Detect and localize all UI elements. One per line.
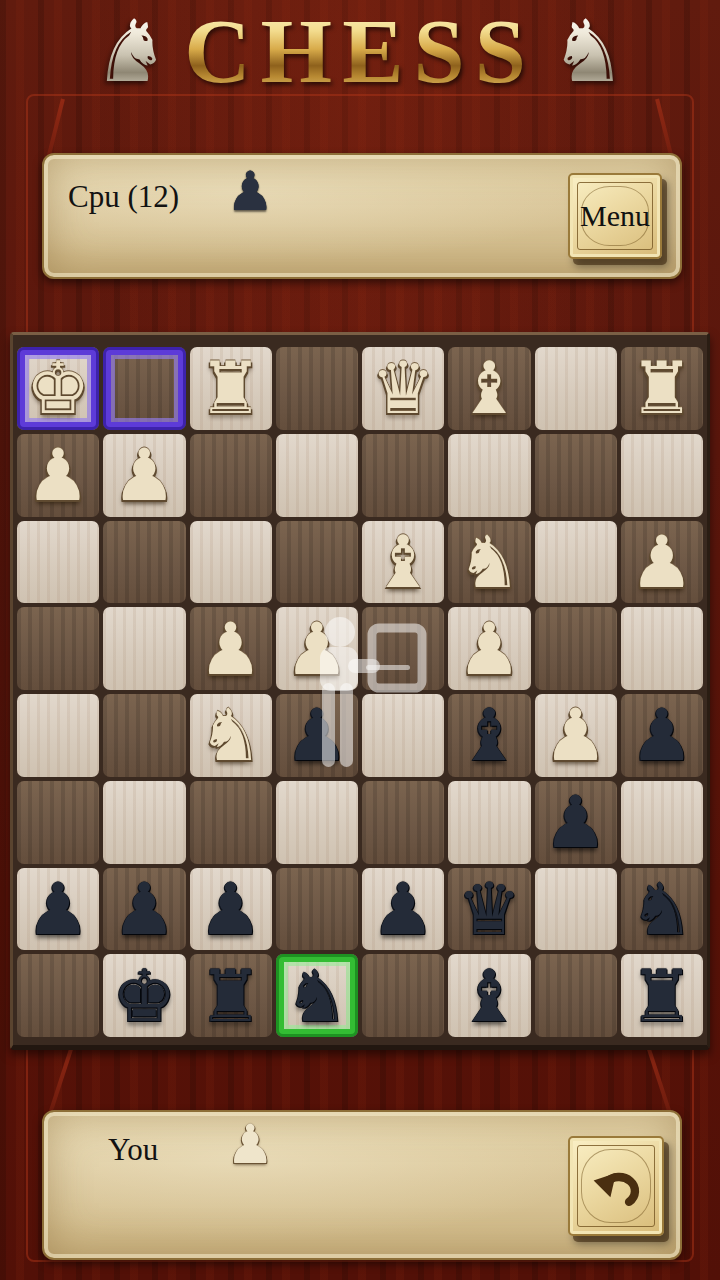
piece-white-pawn: ♟ — [630, 526, 695, 598]
square-g2[interactable]: ♟ — [103, 434, 185, 517]
undo-button[interactable] — [568, 1136, 664, 1236]
square-d5[interactable] — [362, 694, 444, 777]
square-h1[interactable]: ♚ — [17, 347, 99, 430]
square-c1[interactable]: ♝ — [448, 347, 530, 430]
square-a3[interactable]: ♟ — [621, 521, 703, 604]
square-b6[interactable]: ♟ — [535, 781, 617, 864]
piece-white-rook: ♜ — [198, 352, 263, 424]
square-a4[interactable] — [621, 607, 703, 690]
square-g5[interactable] — [103, 694, 185, 777]
white-pawn-icon: ♟ — [226, 1118, 274, 1172]
square-h8[interactable] — [17, 954, 99, 1037]
piece-black-king: ♚ — [112, 960, 177, 1032]
square-e7[interactable] — [276, 868, 358, 951]
piece-black-rook: ♜ — [198, 960, 263, 1032]
piece-white-pawn: ♟ — [457, 613, 522, 685]
square-d1[interactable]: ♛ — [362, 347, 444, 430]
square-d4[interactable] — [362, 607, 444, 690]
square-f8[interactable]: ♜ — [190, 954, 272, 1037]
square-g8[interactable]: ♚ — [103, 954, 185, 1037]
you-player-label: You — [108, 1132, 158, 1168]
square-d3[interactable]: ♝ — [362, 521, 444, 604]
piece-white-pawn: ♟ — [112, 439, 177, 511]
square-b4[interactable] — [535, 607, 617, 690]
square-c7[interactable]: ♛ — [448, 868, 530, 951]
square-e8[interactable]: ♞ — [276, 954, 358, 1037]
square-e5[interactable]: ♟ — [276, 694, 358, 777]
square-g7[interactable]: ♟ — [103, 868, 185, 951]
square-h5[interactable] — [17, 694, 99, 777]
app-title: CHESS — [184, 5, 536, 97]
square-h3[interactable] — [17, 521, 99, 604]
cpu-banner: Cpu (12) ♟ Menu — [42, 153, 682, 279]
knight-logo-left-icon: ♞ — [93, 8, 170, 94]
square-a6[interactable] — [621, 781, 703, 864]
menu-button-label: Menu — [580, 199, 650, 233]
square-f3[interactable] — [190, 521, 272, 604]
square-h4[interactable] — [17, 607, 99, 690]
square-b7[interactable] — [535, 868, 617, 951]
piece-white-bishop: ♝ — [457, 352, 522, 424]
piece-white-pawn: ♟ — [198, 613, 263, 685]
board-grid: ♚♜♛♝♜♟♟♝♞♟♟♟♟♞♟♝♟♟♟♟♟♟♟♛♞♚♜♞♝♜ — [17, 347, 703, 1037]
cpu-player-label: Cpu (12) — [68, 179, 179, 215]
square-a5[interactable]: ♟ — [621, 694, 703, 777]
piece-black-bishop: ♝ — [457, 960, 522, 1032]
square-b5[interactable]: ♟ — [535, 694, 617, 777]
chess-board: ♚♜♛♝♜♟♟♝♞♟♟♟♟♞♟♝♟♟♟♟♟♟♟♛♞♚♜♞♝♜ — [10, 332, 710, 1050]
menu-button[interactable]: Menu — [568, 173, 662, 259]
square-f4[interactable]: ♟ — [190, 607, 272, 690]
piece-white-knight: ♞ — [457, 526, 522, 598]
square-d8[interactable] — [362, 954, 444, 1037]
square-f6[interactable] — [190, 781, 272, 864]
square-f7[interactable]: ♟ — [190, 868, 272, 951]
square-g3[interactable] — [103, 521, 185, 604]
square-d2[interactable] — [362, 434, 444, 517]
black-pawn-icon: ♟ — [226, 165, 274, 219]
square-h2[interactable]: ♟ — [17, 434, 99, 517]
piece-black-rook: ♜ — [630, 960, 695, 1032]
undo-arrow-icon — [588, 1158, 644, 1214]
piece-black-pawn: ♟ — [630, 699, 695, 771]
piece-white-bishop: ♝ — [371, 526, 436, 598]
app-header: ♞ CHESS ♞ — [0, 0, 720, 102]
knight-logo-right-icon: ♞ — [550, 8, 627, 94]
square-e3[interactable] — [276, 521, 358, 604]
piece-white-pawn: ♟ — [26, 439, 91, 511]
piece-black-queen: ♛ — [457, 873, 522, 945]
square-d7[interactable]: ♟ — [362, 868, 444, 951]
piece-black-pawn: ♟ — [543, 786, 608, 858]
square-e4[interactable]: ♟ — [276, 607, 358, 690]
piece-black-bishop: ♝ — [457, 699, 522, 771]
piece-black-pawn: ♟ — [112, 873, 177, 945]
square-a2[interactable] — [621, 434, 703, 517]
piece-white-queen: ♛ — [371, 352, 436, 424]
piece-black-pawn: ♟ — [26, 873, 91, 945]
square-a8[interactable]: ♜ — [621, 954, 703, 1037]
piece-white-pawn: ♟ — [543, 699, 608, 771]
square-g4[interactable] — [103, 607, 185, 690]
piece-black-pawn: ♟ — [371, 873, 436, 945]
square-c6[interactable] — [448, 781, 530, 864]
piece-white-knight: ♞ — [198, 699, 263, 771]
square-g6[interactable] — [103, 781, 185, 864]
square-a1[interactable]: ♜ — [621, 347, 703, 430]
square-c8[interactable]: ♝ — [448, 954, 530, 1037]
square-b3[interactable] — [535, 521, 617, 604]
square-f5[interactable]: ♞ — [190, 694, 272, 777]
piece-black-pawn: ♟ — [198, 873, 263, 945]
square-e2[interactable] — [276, 434, 358, 517]
square-c2[interactable] — [448, 434, 530, 517]
piece-black-knight: ♞ — [630, 873, 695, 945]
square-e1[interactable] — [276, 347, 358, 430]
square-b1[interactable] — [535, 347, 617, 430]
square-h7[interactable]: ♟ — [17, 868, 99, 951]
square-f1[interactable]: ♜ — [190, 347, 272, 430]
square-c5[interactable]: ♝ — [448, 694, 530, 777]
piece-black-knight: ♞ — [285, 960, 350, 1032]
player-banner: You ♟ — [42, 1110, 682, 1260]
piece-white-king: ♚ — [26, 352, 91, 424]
square-c3[interactable]: ♞ — [448, 521, 530, 604]
square-f2[interactable] — [190, 434, 272, 517]
piece-black-pawn: ♟ — [285, 699, 350, 771]
chess-app-screen: ♞ CHESS ♞ Cpu (12) ♟ Menu ♚♜♛♝♜♟♟♝♞♟♟♟♟♞… — [0, 0, 720, 1280]
square-b8[interactable] — [535, 954, 617, 1037]
square-g1[interactable] — [103, 347, 185, 430]
square-h6[interactable] — [17, 781, 99, 864]
square-a7[interactable]: ♞ — [621, 868, 703, 951]
square-e6[interactable] — [276, 781, 358, 864]
piece-white-pawn: ♟ — [285, 613, 350, 685]
piece-white-rook: ♜ — [630, 352, 695, 424]
square-c4[interactable]: ♟ — [448, 607, 530, 690]
square-d6[interactable] — [362, 781, 444, 864]
square-b2[interactable] — [535, 434, 617, 517]
